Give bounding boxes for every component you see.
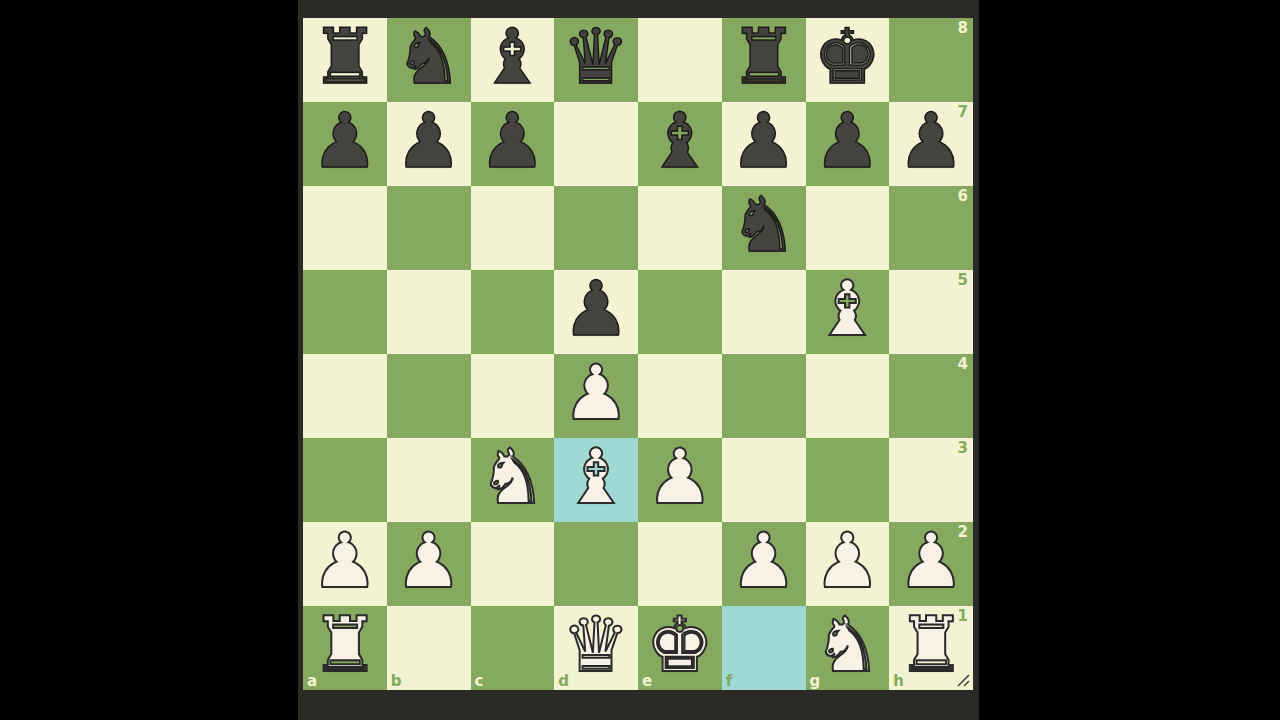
square-b6[interactable] (387, 186, 471, 270)
square-b1[interactable]: b (387, 606, 471, 690)
square-a6[interactable] (303, 186, 387, 270)
square-g1[interactable]: ♞g (806, 606, 890, 690)
square-h2[interactable]: ♟2 (889, 522, 973, 606)
rank-label-4: 4 (958, 355, 968, 373)
square-a7[interactable]: ♟ (303, 102, 387, 186)
square-d3[interactable]: ♝ (554, 438, 638, 522)
file-label-f: f (726, 672, 733, 690)
square-d4[interactable]: ♟ (554, 354, 638, 438)
square-g3[interactable] (806, 438, 890, 522)
square-f5[interactable] (722, 270, 806, 354)
chess-board: ♜♞♝♛♜♚8♟♟♟♝♟♟♟7♞6♟♝5♟4♞♝♟3♟♟♟♟♟2♜abc♛d♚e… (303, 18, 973, 690)
square-d5[interactable]: ♟ (554, 270, 638, 354)
square-e5[interactable] (638, 270, 722, 354)
piece-white-knight[interactable]: ♞ (813, 607, 881, 683)
square-e3[interactable]: ♟ (638, 438, 722, 522)
square-h3[interactable]: 3 (889, 438, 973, 522)
rank-label-3: 3 (958, 439, 968, 457)
piece-white-rook[interactable]: ♜ (897, 607, 965, 683)
piece-black-pawn[interactable]: ♟ (813, 103, 881, 179)
square-c6[interactable] (471, 186, 555, 270)
square-c8[interactable]: ♝ (471, 18, 555, 102)
square-c5[interactable] (471, 270, 555, 354)
file-label-b: b (391, 672, 402, 690)
square-f2[interactable]: ♟ (722, 522, 806, 606)
video-frame: ♜♞♝♛♜♚8♟♟♟♝♟♟♟7♞6♟♝5♟4♞♝♟3♟♟♟♟♟2♜abc♛d♚e… (298, 0, 979, 720)
square-b4[interactable] (387, 354, 471, 438)
square-a3[interactable] (303, 438, 387, 522)
rank-label-6: 6 (958, 187, 968, 205)
square-e2[interactable] (638, 522, 722, 606)
square-h6[interactable]: 6 (889, 186, 973, 270)
square-f7[interactable]: ♟ (722, 102, 806, 186)
piece-white-pawn[interactable]: ♟ (897, 523, 965, 599)
piece-white-bishop[interactable]: ♝ (562, 439, 630, 515)
square-a1[interactable]: ♜a (303, 606, 387, 690)
square-c1[interactable]: c (471, 606, 555, 690)
square-b8[interactable]: ♞ (387, 18, 471, 102)
piece-black-bishop[interactable]: ♝ (478, 19, 546, 95)
piece-white-pawn[interactable]: ♟ (311, 523, 379, 599)
square-e7[interactable]: ♝ (638, 102, 722, 186)
square-g4[interactable] (806, 354, 890, 438)
piece-white-rook[interactable]: ♜ (311, 607, 379, 683)
square-d6[interactable] (554, 186, 638, 270)
rank-label-8: 8 (958, 19, 968, 37)
piece-black-knight[interactable]: ♞ (395, 19, 463, 95)
square-d2[interactable] (554, 522, 638, 606)
piece-black-pawn[interactable]: ♟ (311, 103, 379, 179)
piece-black-pawn[interactable]: ♟ (395, 103, 463, 179)
square-a2[interactable]: ♟ (303, 522, 387, 606)
piece-black-pawn[interactable]: ♟ (478, 103, 546, 179)
square-f3[interactable] (722, 438, 806, 522)
square-g7[interactable]: ♟ (806, 102, 890, 186)
square-c2[interactable] (471, 522, 555, 606)
square-e8[interactable] (638, 18, 722, 102)
piece-white-king[interactable]: ♚ (646, 607, 714, 683)
square-g5[interactable]: ♝ (806, 270, 890, 354)
square-a5[interactable] (303, 270, 387, 354)
piece-black-pawn[interactable]: ♟ (897, 103, 965, 179)
piece-black-rook[interactable]: ♜ (730, 19, 798, 95)
square-b7[interactable]: ♟ (387, 102, 471, 186)
square-a4[interactable] (303, 354, 387, 438)
square-h5[interactable]: 5 (889, 270, 973, 354)
piece-white-pawn[interactable]: ♟ (813, 523, 881, 599)
square-b2[interactable]: ♟ (387, 522, 471, 606)
square-c4[interactable] (471, 354, 555, 438)
square-e1[interactable]: ♚e (638, 606, 722, 690)
piece-black-knight[interactable]: ♞ (730, 187, 798, 263)
square-d8[interactable]: ♛ (554, 18, 638, 102)
square-b5[interactable] (387, 270, 471, 354)
square-a8[interactable]: ♜ (303, 18, 387, 102)
square-h7[interactable]: ♟7 (889, 102, 973, 186)
square-d1[interactable]: ♛d (554, 606, 638, 690)
resize-handle-icon[interactable] (956, 673, 971, 688)
piece-black-rook[interactable]: ♜ (311, 19, 379, 95)
square-f4[interactable] (722, 354, 806, 438)
square-e6[interactable] (638, 186, 722, 270)
piece-white-queen[interactable]: ♛ (562, 607, 630, 683)
square-f1[interactable]: f (722, 606, 806, 690)
rank-label-5: 5 (958, 271, 968, 289)
piece-white-bishop[interactable]: ♝ (813, 271, 881, 347)
square-c3[interactable]: ♞ (471, 438, 555, 522)
piece-black-pawn[interactable]: ♟ (562, 271, 630, 347)
piece-white-pawn[interactable]: ♟ (395, 523, 463, 599)
file-label-c: c (475, 672, 484, 690)
piece-white-pawn[interactable]: ♟ (730, 523, 798, 599)
square-b3[interactable] (387, 438, 471, 522)
piece-white-knight[interactable]: ♞ (478, 439, 546, 515)
square-h4[interactable]: 4 (889, 354, 973, 438)
square-g8[interactable]: ♚ (806, 18, 890, 102)
piece-black-king[interactable]: ♚ (813, 19, 881, 95)
square-h8[interactable]: 8 (889, 18, 973, 102)
piece-black-queen[interactable]: ♛ (562, 19, 630, 95)
square-e4[interactable] (638, 354, 722, 438)
piece-black-pawn[interactable]: ♟ (730, 103, 798, 179)
square-d7[interactable] (554, 102, 638, 186)
square-c7[interactable]: ♟ (471, 102, 555, 186)
piece-white-pawn[interactable]: ♟ (562, 355, 630, 431)
square-f6[interactable]: ♞ (722, 186, 806, 270)
square-g2[interactable]: ♟ (806, 522, 890, 606)
piece-white-pawn[interactable]: ♟ (646, 439, 714, 515)
square-g6[interactable] (806, 186, 890, 270)
piece-black-bishop[interactable]: ♝ (646, 103, 714, 179)
square-f8[interactable]: ♜ (722, 18, 806, 102)
